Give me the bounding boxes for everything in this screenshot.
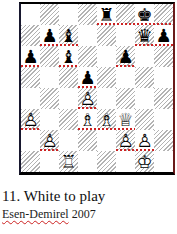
square-g5 <box>135 67 154 88</box>
square-f3: ♛♕ <box>116 109 135 130</box>
square-e6 <box>97 46 116 67</box>
square-h7: ♟ <box>154 25 173 46</box>
square-f4 <box>116 88 135 109</box>
spellcheck-squiggle <box>59 65 78 67</box>
square-c2 <box>59 130 78 151</box>
square-h2 <box>154 130 173 151</box>
square-c7: ♝ <box>59 25 78 46</box>
diagram-page: ♜♚♟♝♛♟♟♝♟♟♟♙♟♙♝♗♝♗♛♕♟♙♟♙♟♙♜♖♚♔ 11. White… <box>0 0 177 234</box>
square-c4 <box>59 88 78 109</box>
white-queen: ♕ <box>116 109 135 130</box>
square-a1 <box>21 151 40 172</box>
square-c3 <box>59 109 78 130</box>
square-a7 <box>21 25 40 46</box>
black-pawn: ♟ <box>21 46 40 67</box>
black-king: ♚ <box>135 4 154 25</box>
square-g7: ♛ <box>135 25 154 46</box>
square-d1 <box>78 151 97 172</box>
black-bishop: ♝ <box>59 46 78 67</box>
square-g2: ♟♙ <box>135 130 154 151</box>
square-c1: ♜♖ <box>59 151 78 172</box>
black-pawn: ♟ <box>154 25 173 46</box>
square-d7 <box>78 25 97 46</box>
puzzle-caption: 11. White to play <box>2 188 105 205</box>
square-b1 <box>40 151 59 172</box>
spellcheck-squiggle <box>78 107 97 109</box>
square-d3: ♝♗ <box>78 109 97 130</box>
square-e3: ♝♗ <box>97 109 116 130</box>
black-queen: ♛ <box>135 25 154 46</box>
spellcheck-squiggle <box>116 149 154 151</box>
spellcheck-squiggle <box>40 44 78 46</box>
square-h4 <box>154 88 173 109</box>
square-f1 <box>116 151 135 172</box>
square-e7 <box>97 25 116 46</box>
square-h5 <box>154 67 173 88</box>
square-f6: ♟ <box>116 46 135 67</box>
square-a2 <box>21 130 40 151</box>
black-rook: ♜ <box>97 4 116 25</box>
spellcheck-squiggle <box>21 128 40 130</box>
square-g1: ♚♔ <box>135 151 154 172</box>
square-a8 <box>21 4 40 25</box>
square-d5: ♟ <box>78 67 97 88</box>
square-e5 <box>97 67 116 88</box>
square-h1 <box>154 151 173 172</box>
square-e1 <box>97 151 116 172</box>
white-bishop: ♗ <box>78 109 97 130</box>
square-c8 <box>59 4 78 25</box>
square-f8 <box>116 4 135 25</box>
white-bishop: ♗ <box>97 109 116 130</box>
white-pawn: ♙ <box>21 109 40 130</box>
spellcheck-squiggle <box>78 86 97 88</box>
white-pawn: ♙ <box>78 88 97 109</box>
square-g6 <box>135 46 154 67</box>
square-d8 <box>78 4 97 25</box>
square-f2: ♟♙ <box>116 130 135 151</box>
square-b5 <box>40 67 59 88</box>
players-text: Esen-Demirel <box>2 207 69 221</box>
spellcheck-squiggle <box>116 65 135 67</box>
square-b8 <box>40 4 59 25</box>
square-e8: ♜ <box>97 4 116 25</box>
square-h6 <box>154 46 173 67</box>
square-b6 <box>40 46 59 67</box>
black-bishop: ♝ <box>59 25 78 46</box>
square-b3 <box>40 109 59 130</box>
square-g3 <box>135 109 154 130</box>
square-a5 <box>21 67 40 88</box>
white-pawn: ♙ <box>40 130 59 151</box>
square-a6: ♟ <box>21 46 40 67</box>
chess-board-grid: ♜♚♟♝♛♟♟♝♟♟♟♙♟♙♝♗♝♗♛♕♟♙♟♙♟♙♜♖♚♔ <box>21 4 173 172</box>
black-pawn: ♟ <box>40 25 59 46</box>
square-c6: ♝ <box>59 46 78 67</box>
square-f7 <box>116 25 135 46</box>
spellcheck-squiggle <box>78 128 135 130</box>
white-king: ♔ <box>135 151 154 172</box>
square-e4 <box>97 88 116 109</box>
year-text: 2007 <box>72 207 96 221</box>
square-g4 <box>135 88 154 109</box>
spellcheck-squiggle <box>97 23 173 25</box>
square-b7: ♟ <box>40 25 59 46</box>
white-rook: ♖ <box>59 151 78 172</box>
square-h8 <box>154 4 173 25</box>
square-b4 <box>40 88 59 109</box>
white-pawn: ♙ <box>135 130 154 151</box>
square-h3 <box>154 109 173 130</box>
square-b2: ♟♙ <box>40 130 59 151</box>
square-e2 <box>97 130 116 151</box>
white-pawn: ♙ <box>116 130 135 151</box>
square-c5 <box>59 67 78 88</box>
black-pawn: ♟ <box>116 46 135 67</box>
spellcheck-squiggle <box>21 65 40 67</box>
square-d6 <box>78 46 97 67</box>
game-reference: Esen-Demirel 2007 <box>2 207 96 222</box>
spellcheck-squiggle <box>135 44 173 46</box>
square-d2 <box>78 130 97 151</box>
black-pawn: ♟ <box>78 67 97 88</box>
square-d4: ♟♙ <box>78 88 97 109</box>
square-g8: ♚ <box>135 4 154 25</box>
spellcheck-squiggle <box>40 149 59 151</box>
square-f5 <box>116 67 135 88</box>
chess-board: ♜♚♟♝♛♟♟♝♟♟♟♙♟♙♝♗♝♗♛♕♟♙♟♙♟♙♜♖♚♔ <box>19 2 175 175</box>
square-a4 <box>21 88 40 109</box>
square-a3: ♟♙ <box>21 109 40 130</box>
